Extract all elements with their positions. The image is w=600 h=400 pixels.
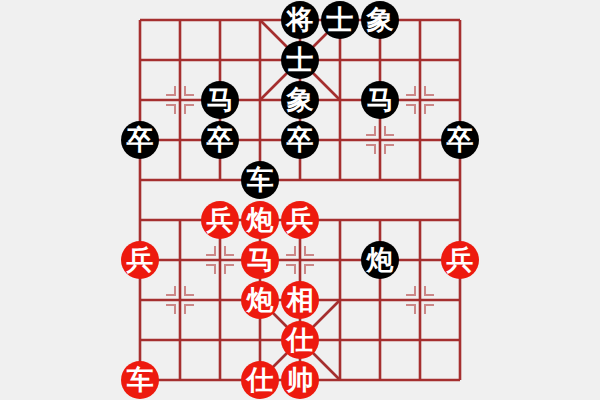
- piece-black-chariot[interactable]: 车: [241, 161, 279, 199]
- piece-black-pawn[interactable]: 卒: [281, 121, 319, 159]
- piece-black-elephant[interactable]: 象: [361, 1, 399, 39]
- xiangqi-board: 将士象士马象马卒卒卒卒车炮兵炮兵兵马兵炮相仕车仕帅: [0, 0, 600, 400]
- piece-red-advisor[interactable]: 仕: [241, 361, 279, 399]
- piece-black-horse[interactable]: 马: [201, 81, 239, 119]
- piece-red-pawn[interactable]: 兵: [441, 241, 479, 279]
- piece-red-elephant[interactable]: 相: [281, 281, 319, 319]
- piece-red-advisor[interactable]: 仕: [281, 321, 319, 359]
- piece-black-horse[interactable]: 马: [361, 81, 399, 119]
- piece-red-pawn[interactable]: 兵: [121, 241, 159, 279]
- piece-red-chariot[interactable]: 车: [121, 361, 159, 399]
- piece-red-pawn[interactable]: 兵: [201, 201, 239, 239]
- piece-black-general[interactable]: 将: [281, 1, 319, 39]
- piece-black-pawn[interactable]: 卒: [441, 121, 479, 159]
- piece-red-pawn[interactable]: 兵: [281, 201, 319, 239]
- piece-black-advisor[interactable]: 士: [281, 41, 319, 79]
- piece-black-advisor[interactable]: 士: [321, 1, 359, 39]
- pieces-layer: 将士象士马象马卒卒卒卒车炮兵炮兵兵马兵炮相仕车仕帅: [120, 0, 480, 400]
- piece-black-pawn[interactable]: 卒: [121, 121, 159, 159]
- piece-red-cannon[interactable]: 炮: [241, 281, 279, 319]
- piece-black-cannon[interactable]: 炮: [361, 241, 399, 279]
- piece-red-horse[interactable]: 马: [241, 241, 279, 279]
- piece-black-pawn[interactable]: 卒: [201, 121, 239, 159]
- piece-red-cannon[interactable]: 炮: [241, 201, 279, 239]
- piece-red-general[interactable]: 帅: [281, 361, 319, 399]
- piece-black-elephant[interactable]: 象: [281, 81, 319, 119]
